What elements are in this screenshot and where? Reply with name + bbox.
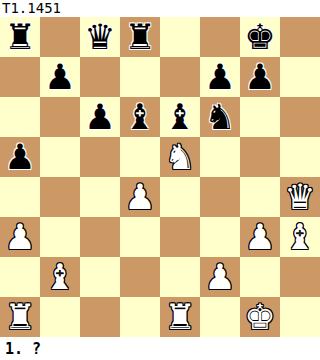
square-h4[interactable]: ♛ bbox=[280, 177, 320, 217]
white-bishop: ♝ bbox=[44, 257, 75, 297]
square-a7[interactable] bbox=[0, 57, 40, 97]
square-a6[interactable] bbox=[0, 97, 40, 137]
square-f3[interactable] bbox=[200, 217, 240, 257]
black-bishop: ♝ bbox=[124, 97, 155, 137]
square-f1[interactable] bbox=[200, 297, 240, 337]
square-h2[interactable] bbox=[280, 257, 320, 297]
square-h3[interactable]: ♝ bbox=[280, 217, 320, 257]
square-a8[interactable]: ♜ bbox=[0, 17, 40, 57]
black-pawn: ♟ bbox=[204, 57, 235, 97]
white-pawn: ♟ bbox=[4, 217, 35, 257]
square-b1[interactable] bbox=[40, 297, 80, 337]
puzzle-id: T1.1451 bbox=[2, 0, 61, 17]
square-e7[interactable] bbox=[160, 57, 200, 97]
square-e4[interactable] bbox=[160, 177, 200, 217]
square-g4[interactable] bbox=[240, 177, 280, 217]
square-g8[interactable]: ♚ bbox=[240, 17, 280, 57]
square-e8[interactable] bbox=[160, 17, 200, 57]
square-g6[interactable] bbox=[240, 97, 280, 137]
square-c5[interactable] bbox=[80, 137, 120, 177]
black-queen: ♛ bbox=[84, 17, 115, 57]
square-b6[interactable] bbox=[40, 97, 80, 137]
square-d7[interactable] bbox=[120, 57, 160, 97]
square-e5[interactable]: ♞ bbox=[160, 137, 200, 177]
square-c8[interactable]: ♛ bbox=[80, 17, 120, 57]
square-d2[interactable] bbox=[120, 257, 160, 297]
white-bishop: ♝ bbox=[284, 217, 315, 257]
square-a3[interactable]: ♟ bbox=[0, 217, 40, 257]
square-a2[interactable] bbox=[0, 257, 40, 297]
black-king: ♚ bbox=[244, 17, 275, 57]
white-knight: ♞ bbox=[164, 137, 195, 177]
square-e3[interactable] bbox=[160, 217, 200, 257]
square-f6[interactable]: ♞ bbox=[200, 97, 240, 137]
square-e6[interactable]: ♝ bbox=[160, 97, 200, 137]
square-h7[interactable] bbox=[280, 57, 320, 97]
square-f4[interactable] bbox=[200, 177, 240, 217]
square-b8[interactable] bbox=[40, 17, 80, 57]
black-pawn: ♟ bbox=[44, 57, 75, 97]
black-bishop: ♝ bbox=[164, 97, 195, 137]
square-d8[interactable]: ♜ bbox=[120, 17, 160, 57]
square-h6[interactable] bbox=[280, 97, 320, 137]
square-g1[interactable]: ♚ bbox=[240, 297, 280, 337]
black-rook: ♜ bbox=[124, 17, 155, 57]
black-knight: ♞ bbox=[204, 97, 235, 137]
white-king: ♚ bbox=[244, 297, 275, 337]
square-c4[interactable] bbox=[80, 177, 120, 217]
white-pawn: ♟ bbox=[244, 217, 275, 257]
chess-puzzle-page: T1.1451 ♜♛♜♚♟♟♟♟♝♝♞♟♞♟♛♟♟♝♝♟♜♜♚ 1. ? bbox=[0, 0, 320, 360]
square-a1[interactable]: ♜ bbox=[0, 297, 40, 337]
black-rook: ♜ bbox=[4, 17, 35, 57]
square-g2[interactable] bbox=[240, 257, 280, 297]
square-c3[interactable] bbox=[80, 217, 120, 257]
square-e1[interactable]: ♜ bbox=[160, 297, 200, 337]
square-h1[interactable] bbox=[280, 297, 320, 337]
square-a4[interactable] bbox=[0, 177, 40, 217]
square-b4[interactable] bbox=[40, 177, 80, 217]
square-d6[interactable]: ♝ bbox=[120, 97, 160, 137]
square-h8[interactable] bbox=[280, 17, 320, 57]
chess-board: ♜♛♜♚♟♟♟♟♝♝♞♟♞♟♛♟♟♝♝♟♜♜♚ bbox=[0, 17, 320, 337]
square-b5[interactable] bbox=[40, 137, 80, 177]
white-pawn: ♟ bbox=[124, 177, 155, 217]
white-pawn: ♟ bbox=[204, 257, 235, 297]
black-pawn: ♟ bbox=[4, 137, 35, 177]
square-g3[interactable]: ♟ bbox=[240, 217, 280, 257]
square-g7[interactable]: ♟ bbox=[240, 57, 280, 97]
square-f7[interactable]: ♟ bbox=[200, 57, 240, 97]
square-f8[interactable] bbox=[200, 17, 240, 57]
square-d5[interactable] bbox=[120, 137, 160, 177]
square-d4[interactable]: ♟ bbox=[120, 177, 160, 217]
square-b3[interactable] bbox=[40, 217, 80, 257]
move-prompt: 1. ? bbox=[5, 338, 41, 360]
square-c6[interactable]: ♟ bbox=[80, 97, 120, 137]
square-g5[interactable] bbox=[240, 137, 280, 177]
square-d3[interactable] bbox=[120, 217, 160, 257]
square-c7[interactable] bbox=[80, 57, 120, 97]
square-b7[interactable]: ♟ bbox=[40, 57, 80, 97]
square-c2[interactable] bbox=[80, 257, 120, 297]
black-pawn: ♟ bbox=[84, 97, 115, 137]
square-b2[interactable]: ♝ bbox=[40, 257, 80, 297]
square-d1[interactable] bbox=[120, 297, 160, 337]
black-pawn: ♟ bbox=[244, 57, 275, 97]
square-h5[interactable] bbox=[280, 137, 320, 177]
white-rook: ♜ bbox=[4, 297, 35, 337]
square-c1[interactable] bbox=[80, 297, 120, 337]
square-f2[interactable]: ♟ bbox=[200, 257, 240, 297]
square-a5[interactable]: ♟ bbox=[0, 137, 40, 177]
white-rook: ♜ bbox=[164, 297, 195, 337]
square-e2[interactable] bbox=[160, 257, 200, 297]
white-queen: ♛ bbox=[284, 177, 315, 217]
square-f5[interactable] bbox=[200, 137, 240, 177]
